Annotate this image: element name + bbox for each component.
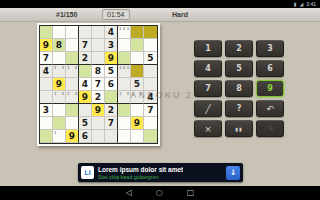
ad-text: Lorem ipsum dolor sit amet Stet clita ka… <box>98 166 183 180</box>
pencil-icon: ╱ <box>205 104 210 114</box>
cell-digit: 2 <box>108 106 114 115</box>
key-label: 2 <box>236 44 242 53</box>
cell-r7c8[interactable] <box>131 104 144 117</box>
key-label: 4 <box>205 64 211 73</box>
cell-r5c3[interactable] <box>66 78 79 91</box>
cell-digit: 8 <box>95 67 101 76</box>
cell-r1c5[interactable] <box>92 26 105 39</box>
pencil-mark: 2 <box>123 65 126 70</box>
cell-r5c9[interactable] <box>144 78 157 91</box>
key-3[interactable]: 3 <box>256 40 284 57</box>
cell-digit: 9 <box>82 93 88 102</box>
cell-r1c7[interactable]: 123 <box>118 26 131 39</box>
cell-r2c8[interactable] <box>131 39 144 52</box>
cell-digit: 4 <box>43 67 49 76</box>
cell-r3c9[interactable]: 5 <box>144 52 157 65</box>
cell-r4c7[interactable]: 123 <box>118 65 131 78</box>
cell-digit: 5 <box>108 67 114 76</box>
cell-digit: 7 <box>43 54 49 63</box>
cell-r7c5[interactable]: 9 <box>92 104 105 117</box>
key-label: ? <box>237 104 242 113</box>
key-label: 3 <box>267 44 273 53</box>
pencil-mark: 3 <box>74 65 77 70</box>
cell-r3c1[interactable]: 7 <box>40 52 53 65</box>
pencil-mark: 2 <box>123 26 126 31</box>
cell-r2c5[interactable] <box>92 39 105 52</box>
cell-r6c2[interactable]: 13 <box>53 91 66 104</box>
cell-digit: 9 <box>43 41 49 50</box>
cell-r9c2[interactable]: 1 <box>53 130 66 143</box>
cell-r9c1[interactable] <box>40 130 53 143</box>
cell-r1c8[interactable] <box>131 26 144 39</box>
key-label: 1 <box>205 44 211 53</box>
key-label: 8 <box>236 84 242 93</box>
pencil-mark: 3 <box>139 91 142 96</box>
cell-r3c2[interactable] <box>53 52 66 65</box>
timer: 01:54 <box>102 9 130 20</box>
cell-r4c2[interactable]: 13 <box>53 65 66 78</box>
difficulty-label: Hard <box>172 11 188 18</box>
cell-r6c3[interactable]: 13 <box>66 91 79 104</box>
key-6[interactable]: 6 <box>256 60 284 77</box>
cell-r5c4[interactable]: 4 <box>79 78 92 91</box>
pencil-mark: 3 <box>61 65 64 70</box>
cell-r7c9[interactable]: 7 <box>144 104 157 117</box>
redo-icon: ↷ <box>266 124 274 134</box>
cell-r3c3[interactable] <box>66 52 79 65</box>
cell-r7c3[interactable] <box>66 104 79 117</box>
cell-r9c5[interactable] <box>92 130 105 143</box>
cell-digit: 4 <box>108 28 114 37</box>
cell-r2c2[interactable]: 8 <box>53 39 66 52</box>
ad-title: Lorem ipsum dolor sit amet <box>98 166 183 174</box>
android-nav-bar: ◁○□ <box>0 186 320 200</box>
undo-button[interactable]: ↶ <box>256 100 284 117</box>
pencil-mark: 1 <box>54 65 57 70</box>
cell-r8c8[interactable]: 9 <box>131 117 144 130</box>
cell-digit: 4 <box>82 80 88 89</box>
key-5[interactable]: 5 <box>225 60 253 77</box>
cell-r8c3[interactable] <box>66 117 79 130</box>
status-time: 3:41 <box>306 2 316 7</box>
cell-digit: 3 <box>43 106 49 115</box>
cell-digit: 5 <box>134 80 140 89</box>
cell-r8c1[interactable] <box>40 117 53 130</box>
pencil-mark: 1 <box>119 26 122 31</box>
cell-r4c4[interactable] <box>79 65 92 78</box>
cell-digit: 9 <box>95 106 101 115</box>
cell-r3c5[interactable] <box>92 52 105 65</box>
puzzle-number: #1/150 <box>56 11 77 18</box>
signal-icon: ◢ <box>299 2 303 7</box>
cell-r9c7[interactable] <box>118 130 131 143</box>
key-label: 9 <box>267 84 273 93</box>
cell-r6c8[interactable]: 13 <box>131 91 144 104</box>
cell-digit: 7 <box>147 106 153 115</box>
cell-r2c7[interactable] <box>118 39 131 52</box>
cell-r3c4[interactable]: 2 <box>79 52 92 65</box>
pencil-mark: 3 <box>126 26 129 31</box>
cell-r2c6[interactable]: 3 <box>105 39 118 52</box>
cell-r4c6[interactable]: 5 <box>105 65 118 78</box>
key-9[interactable]: 9 <box>256 80 284 97</box>
cell-r2c9[interactable] <box>144 39 157 52</box>
cell-r7c7[interactable] <box>118 104 131 117</box>
pause-icon: ▮▮ <box>235 126 243 132</box>
tablet-screen: ▮◢ 3:41 #1/150 01:54 Hard 41239873729541… <box>0 0 320 200</box>
cell-digit: 6 <box>82 132 88 141</box>
key-8[interactable]: 8 <box>225 80 253 97</box>
pencil-mark: 3 <box>61 91 64 96</box>
android-status-bar: ▮◢ 3:41 <box>0 0 320 8</box>
cell-digit: 9 <box>69 132 75 141</box>
download-arrow-icon: ↓ <box>230 168 237 177</box>
cell-r8c7[interactable] <box>118 117 131 130</box>
cell-r7c6[interactable]: 2 <box>105 104 118 117</box>
cell-digit: 8 <box>56 41 62 50</box>
home-button[interactable]: ○ <box>156 189 163 197</box>
cell-r4c3[interactable]: 13 <box>66 65 79 78</box>
ad-download-button[interactable]: ↓ <box>226 166 240 180</box>
cell-r7c2[interactable] <box>53 104 66 117</box>
ad-banner[interactable]: LI Lorem ipsum dolor sit amet Stet clita… <box>78 163 243 182</box>
key-7[interactable]: 7 <box>194 80 222 97</box>
pencil-mark: 1 <box>54 130 57 135</box>
cell-r3c6[interactable]: 9 <box>105 52 118 65</box>
pencil-button[interactable]: ╱ <box>194 100 222 117</box>
cell-r6c1[interactable] <box>40 91 53 104</box>
cell-r5c7[interactable] <box>118 78 131 91</box>
pencil-mark: 1 <box>132 91 135 96</box>
ad-subtitle: Stet clita kasd gubergren <box>98 174 183 180</box>
cell-r4c8[interactable] <box>131 65 144 78</box>
cell-r9c9[interactable] <box>144 130 157 143</box>
sudoku-grid: 4123987372954131385123947651313921313439… <box>39 25 158 144</box>
cell-r2c4[interactable]: 7 <box>79 39 92 52</box>
pencil-mark: 1 <box>119 91 122 96</box>
pencil-mark: 3 <box>126 91 129 96</box>
cell-digit: 7 <box>108 119 114 128</box>
recents-button[interactable]: □ <box>187 189 195 197</box>
redo-button[interactable]: ↷ <box>256 120 284 137</box>
pencil-mark: 1 <box>119 65 122 70</box>
cell-r6c9[interactable]: 4 <box>144 91 157 104</box>
cell-r8c9[interactable] <box>144 117 157 130</box>
cell-r6c6[interactable] <box>105 91 118 104</box>
pencil-mark: 1 <box>54 91 57 96</box>
cell-r1c2[interactable] <box>53 26 66 39</box>
hint-button[interactable]: ? <box>225 100 253 117</box>
sudoku-board: 4123987372954131385123947651313921313439… <box>37 23 160 146</box>
cell-r1c4[interactable] <box>79 26 92 39</box>
key-label: 7 <box>205 84 211 93</box>
cell-r8c6[interactable]: 7 <box>105 117 118 130</box>
cell-r2c3[interactable] <box>66 39 79 52</box>
key-2[interactable]: 2 <box>225 40 253 57</box>
cell-r6c7[interactable]: 13 <box>118 91 131 104</box>
cell-r8c4[interactable]: 5 <box>79 117 92 130</box>
cell-r6c5[interactable]: 2 <box>92 91 105 104</box>
key-label: 5 <box>236 64 242 73</box>
cell-r1c6[interactable]: 4 <box>105 26 118 39</box>
cell-digit: 2 <box>82 54 88 63</box>
cell-r3c8[interactable] <box>131 52 144 65</box>
cell-r5c1[interactable] <box>40 78 53 91</box>
clear-icon: × <box>204 124 212 134</box>
cell-digit: 9 <box>134 119 140 128</box>
cell-digit: 6 <box>108 80 114 89</box>
clear-button[interactable]: × <box>194 120 222 137</box>
cell-r9c3[interactable]: 9 <box>66 130 79 143</box>
pencil-mark: 1 <box>67 91 70 96</box>
cell-r9c4[interactable]: 6 <box>79 130 92 143</box>
undo-icon: ↶ <box>266 104 274 114</box>
ad-app-icon: LI <box>81 166 94 179</box>
key-1[interactable]: 1 <box>194 40 222 57</box>
cell-digit: 9 <box>108 54 114 63</box>
cell-digit: 9 <box>56 80 62 89</box>
number-keypad: 123456789╱?↶×▮▮↷ <box>194 40 284 137</box>
cell-r1c9[interactable] <box>144 26 157 39</box>
battery-icon: ▮ <box>294 2 297 7</box>
pause-button[interactable]: ▮▮ <box>225 120 253 137</box>
cell-r9c6[interactable] <box>105 130 118 143</box>
cell-r7c1[interactable]: 3 <box>40 104 53 117</box>
key-4[interactable]: 4 <box>194 60 222 77</box>
cell-digit: 2 <box>95 93 101 102</box>
cell-digit: 7 <box>82 41 88 50</box>
cell-r5c6[interactable]: 6 <box>105 78 118 91</box>
cell-digit: 5 <box>82 119 88 128</box>
key-label: 6 <box>267 64 273 73</box>
cell-r4c1[interactable]: 4 <box>40 65 53 78</box>
cell-r9c8[interactable] <box>131 130 144 143</box>
cell-r3c7[interactable] <box>118 52 131 65</box>
cell-r1c3[interactable] <box>66 26 79 39</box>
cell-r5c2[interactable]: 9 <box>53 78 66 91</box>
cell-r1c1[interactable] <box>40 26 53 39</box>
cell-digit: 7 <box>95 80 101 89</box>
cell-r4c9[interactable] <box>144 65 157 78</box>
cell-r6c4[interactable]: 9 <box>79 91 92 104</box>
cell-r8c5[interactable] <box>92 117 105 130</box>
cell-digit: 4 <box>147 93 153 102</box>
cell-r4c5[interactable]: 8 <box>92 65 105 78</box>
cell-r2c1[interactable]: 9 <box>40 39 53 52</box>
pencil-mark: 3 <box>126 65 129 70</box>
cell-digit: 3 <box>108 41 114 50</box>
back-button[interactable]: ◁ <box>126 189 132 197</box>
cell-r8c2[interactable] <box>53 117 66 130</box>
cell-r5c8[interactable]: 5 <box>131 78 144 91</box>
cell-digit: 5 <box>147 54 153 63</box>
pencil-mark: 3 <box>74 91 77 96</box>
cell-r5c5[interactable]: 7 <box>92 78 105 91</box>
game-header-bar: #1/150 01:54 Hard <box>0 8 320 22</box>
cell-r7c4[interactable] <box>79 104 92 117</box>
pencil-mark: 1 <box>67 65 70 70</box>
